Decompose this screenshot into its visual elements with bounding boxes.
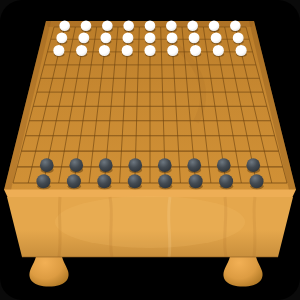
black-stone — [128, 158, 142, 172]
go-app-icon[interactable] — [0, 0, 300, 300]
white-stones-group — [53, 20, 246, 56]
white-stone — [78, 32, 89, 43]
white-stone — [209, 20, 220, 31]
wood-grain-streak — [110, 197, 112, 257]
white-stone — [123, 32, 134, 43]
white-stone — [230, 20, 241, 31]
black-stone — [187, 158, 201, 172]
wood-grain-streak — [254, 197, 255, 257]
black-stone — [36, 174, 50, 188]
white-stone — [81, 20, 92, 31]
black-stone — [246, 158, 260, 172]
white-stone — [100, 32, 111, 43]
white-stone — [122, 45, 133, 56]
black-stone — [158, 174, 172, 188]
goban-3d-render — [0, 0, 300, 300]
white-stone — [190, 45, 201, 56]
white-stone — [189, 32, 200, 43]
black-stone — [189, 174, 203, 188]
wood-grain-streak — [225, 197, 226, 257]
white-stone — [145, 20, 156, 31]
board-front-bevel — [4, 190, 296, 198]
white-stone — [76, 45, 87, 56]
black-stone — [97, 174, 111, 188]
white-stone — [166, 20, 177, 31]
black-stone — [158, 158, 172, 172]
white-stone — [233, 32, 244, 43]
wood-grain-streak — [59, 197, 60, 257]
black-stone — [217, 158, 231, 172]
white-stone — [144, 45, 155, 56]
white-stone — [123, 20, 134, 31]
black-stone — [99, 158, 113, 172]
front-face-sheen — [55, 196, 245, 248]
black-stone — [219, 174, 233, 188]
black-stone — [40, 158, 54, 172]
board-front-face — [7, 196, 293, 257]
white-stone — [167, 32, 178, 43]
black-stone — [67, 174, 81, 188]
black-stone — [69, 158, 83, 172]
white-stone — [187, 20, 198, 31]
white-stone — [211, 32, 222, 43]
black-stone — [128, 174, 142, 188]
white-stone — [102, 20, 113, 31]
white-stone — [59, 20, 70, 31]
wood-grain-streak — [169, 197, 170, 257]
white-stone — [213, 45, 224, 56]
white-stone — [167, 45, 178, 56]
white-stone — [53, 45, 64, 56]
black-stone — [250, 174, 264, 188]
white-stone — [56, 32, 67, 43]
white-stone — [145, 32, 156, 43]
white-stone — [99, 45, 110, 56]
white-stone — [236, 45, 247, 56]
